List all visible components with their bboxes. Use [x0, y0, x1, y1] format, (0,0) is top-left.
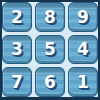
tile-r2c2[interactable]: 1: [68, 67, 98, 97]
tile-digit: 5: [44, 40, 56, 58]
tile-digit: 1: [77, 73, 89, 91]
tile-digit: 7: [11, 73, 23, 91]
tile-r2c0[interactable]: 7: [2, 67, 32, 97]
puzzle-board: 2 8 9 3 5 4 7 6 1: [0, 0, 100, 100]
tile-r0c0[interactable]: 2: [2, 2, 32, 32]
tile-r0c2[interactable]: 9: [68, 2, 98, 32]
tile-r1c1[interactable]: 5: [35, 35, 65, 65]
tile-digit: 8: [44, 8, 56, 26]
tile-digit: 9: [77, 8, 89, 26]
tile-digit: 6: [44, 73, 56, 91]
tile-digit: 2: [11, 8, 23, 26]
tile-digit: 4: [77, 40, 89, 58]
tile-r1c2[interactable]: 4: [68, 35, 98, 65]
tile-r1c0[interactable]: 3: [2, 35, 32, 65]
tile-digit: 3: [11, 40, 23, 58]
tile-r0c1[interactable]: 8: [35, 2, 65, 32]
tile-r2c1[interactable]: 6: [35, 67, 65, 97]
